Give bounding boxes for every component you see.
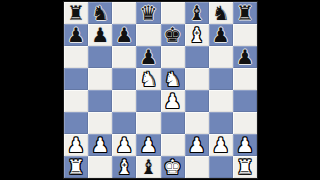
square-f3[interactable] (185, 112, 209, 134)
square-a4[interactable] (64, 90, 88, 112)
square-e4[interactable]: ♟ (161, 90, 185, 112)
square-b2[interactable]: ♟ (88, 134, 112, 156)
black-pawn[interactable]: ♟ (139, 46, 157, 68)
square-c8[interactable] (112, 2, 136, 24)
square-a6[interactable] (64, 46, 88, 68)
square-h2[interactable]: ♟ (233, 134, 257, 156)
black-pawn[interactable]: ♟ (91, 24, 109, 46)
black-king[interactable]: ♚ (164, 24, 182, 46)
square-e1[interactable]: ♚ (161, 156, 185, 178)
white-king[interactable]: ♚ (164, 156, 182, 178)
black-pawn[interactable]: ♟ (236, 46, 254, 68)
square-d6[interactable]: ♟ (136, 46, 160, 68)
white-knight[interactable]: ♞ (164, 68, 182, 90)
square-c5[interactable] (112, 68, 136, 90)
letterbox-background: ♜♞♛♝♞♜♟♟♟♚♝♟♟♟♞♞♟♟♟♟♟♟♟♟♜♝♝♚♜ (0, 0, 320, 180)
square-f1[interactable] (185, 156, 209, 178)
square-b6[interactable] (88, 46, 112, 68)
white-rook[interactable]: ♜ (67, 156, 85, 178)
square-d8[interactable]: ♛ (136, 2, 160, 24)
square-e3[interactable] (161, 112, 185, 134)
square-a5[interactable] (64, 68, 88, 90)
square-a1[interactable]: ♜ (64, 156, 88, 178)
square-b7[interactable]: ♟ (88, 24, 112, 46)
square-g2[interactable]: ♟ (209, 134, 233, 156)
square-f5[interactable] (185, 68, 209, 90)
square-g1[interactable] (209, 156, 233, 178)
square-g6[interactable] (209, 46, 233, 68)
square-f2[interactable]: ♟ (185, 134, 209, 156)
white-bishop[interactable]: ♝ (188, 24, 206, 46)
square-h3[interactable] (233, 112, 257, 134)
square-c7[interactable]: ♟ (112, 24, 136, 46)
square-b5[interactable] (88, 68, 112, 90)
white-bishop[interactable]: ♝ (115, 156, 133, 178)
black-queen[interactable]: ♛ (139, 2, 157, 24)
square-a3[interactable] (64, 112, 88, 134)
white-pawn[interactable]: ♟ (67, 134, 85, 156)
square-a2[interactable]: ♟ (64, 134, 88, 156)
square-c6[interactable] (112, 46, 136, 68)
white-rook[interactable]: ♜ (236, 156, 254, 178)
square-f7[interactable]: ♝ (185, 24, 209, 46)
square-d7[interactable] (136, 24, 160, 46)
square-b3[interactable] (88, 112, 112, 134)
square-g8[interactable]: ♞ (209, 2, 233, 24)
square-g5[interactable] (209, 68, 233, 90)
black-pawn[interactable]: ♟ (212, 24, 230, 46)
square-h4[interactable] (233, 90, 257, 112)
square-c3[interactable] (112, 112, 136, 134)
square-d2[interactable]: ♟ (136, 134, 160, 156)
square-b8[interactable]: ♞ (88, 2, 112, 24)
black-knight[interactable]: ♞ (91, 2, 109, 24)
black-pawn[interactable]: ♟ (115, 24, 133, 46)
white-pawn[interactable]: ♟ (139, 134, 157, 156)
square-f4[interactable] (185, 90, 209, 112)
square-g3[interactable] (209, 112, 233, 134)
square-c4[interactable] (112, 90, 136, 112)
square-h5[interactable] (233, 68, 257, 90)
white-knight[interactable]: ♞ (139, 68, 157, 90)
square-b4[interactable] (88, 90, 112, 112)
square-c1[interactable]: ♝ (112, 156, 136, 178)
square-h7[interactable] (233, 24, 257, 46)
square-f6[interactable] (185, 46, 209, 68)
white-pawn[interactable]: ♟ (236, 134, 254, 156)
white-pawn[interactable]: ♟ (188, 134, 206, 156)
square-e2[interactable] (161, 134, 185, 156)
square-d1[interactable]: ♝ (136, 156, 160, 178)
black-rook[interactable]: ♜ (236, 2, 254, 24)
square-e5[interactable]: ♞ (161, 68, 185, 90)
square-e7[interactable]: ♚ (161, 24, 185, 46)
square-g7[interactable]: ♟ (209, 24, 233, 46)
square-d4[interactable] (136, 90, 160, 112)
square-d3[interactable] (136, 112, 160, 134)
square-f8[interactable]: ♝ (185, 2, 209, 24)
black-bishop[interactable]: ♝ (188, 2, 206, 24)
square-h8[interactable]: ♜ (233, 2, 257, 24)
square-a8[interactable]: ♜ (64, 2, 88, 24)
square-e8[interactable] (161, 2, 185, 24)
white-pawn[interactable]: ♟ (164, 90, 182, 112)
square-b1[interactable] (88, 156, 112, 178)
chess-board: ♜♞♛♝♞♜♟♟♟♚♝♟♟♟♞♞♟♟♟♟♟♟♟♟♜♝♝♚♜ (64, 2, 257, 178)
black-rook[interactable]: ♜ (67, 2, 85, 24)
square-h1[interactable]: ♜ (233, 156, 257, 178)
square-c2[interactable]: ♟ (112, 134, 136, 156)
square-e6[interactable] (161, 46, 185, 68)
black-bishop[interactable]: ♝ (139, 156, 157, 178)
white-pawn[interactable]: ♟ (212, 134, 230, 156)
square-h6[interactable]: ♟ (233, 46, 257, 68)
white-pawn[interactable]: ♟ (115, 134, 133, 156)
black-pawn[interactable]: ♟ (67, 24, 85, 46)
black-knight[interactable]: ♞ (212, 2, 230, 24)
square-a7[interactable]: ♟ (64, 24, 88, 46)
white-pawn[interactable]: ♟ (91, 134, 109, 156)
square-g4[interactable] (209, 90, 233, 112)
square-d5[interactable]: ♞ (136, 68, 160, 90)
